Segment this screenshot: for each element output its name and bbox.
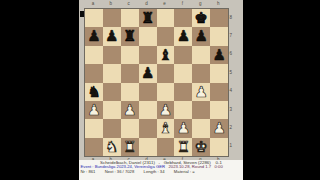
square-g8: ♚: [192, 9, 210, 27]
square-e1: [157, 138, 175, 156]
piece-black-king: ♚: [195, 9, 208, 27]
coord-label-3: 3: [230, 100, 238, 118]
coord-label-5: 5: [230, 63, 238, 81]
square-g1: ♚: [192, 138, 210, 156]
piece-white-pawn: ♟: [87, 101, 100, 119]
square-c8: [121, 9, 139, 27]
square-g5: [192, 64, 210, 82]
coord-label-f: f: [173, 0, 191, 7]
coord-label-h: h: [209, 0, 227, 7]
square-f3: [174, 101, 192, 119]
game-info-panel: Scheidelbach, Daniel (2311) - Gebhard, S…: [79, 160, 243, 180]
piece-black-bishop: ♝: [159, 46, 172, 64]
piece-white-rook: ♜: [123, 138, 136, 156]
piece-black-pawn: ♟: [177, 27, 190, 45]
piece-white-king: ♚: [195, 138, 208, 156]
coord-label-4: 4: [230, 82, 238, 100]
square-d6: [139, 46, 157, 64]
square-d2: [139, 119, 157, 137]
square-h4: [210, 83, 228, 101]
coord-label-1: 1: [230, 137, 238, 155]
coord-label-2: 2: [230, 118, 238, 136]
square-c7: ♜: [121, 27, 139, 45]
square-d7: [139, 27, 157, 45]
piece-black-pawn: ♟: [212, 46, 225, 64]
square-b1: ♞: [103, 138, 121, 156]
coord-label-a: a: [84, 0, 102, 7]
square-b2: [103, 119, 121, 137]
file-labels-top: abcdefgh: [84, 0, 227, 7]
square-a6: [85, 46, 103, 64]
square-e5: [157, 64, 175, 82]
piece-white-pawn: ♟: [177, 119, 190, 137]
piece-black-pawn: ♟: [195, 27, 208, 45]
square-g3: [192, 101, 210, 119]
square-e7: [157, 27, 175, 45]
coord-label-b: b: [102, 0, 120, 7]
square-a8: [85, 9, 103, 27]
square-a2: [85, 119, 103, 137]
square-h8: [210, 9, 228, 27]
piece-white-bishop: ♝: [159, 119, 172, 137]
piece-white-pawn: ♟: [159, 101, 172, 119]
coord-label-d: d: [138, 0, 156, 7]
square-c3: ♟: [121, 101, 139, 119]
piece-white-pawn: ♟: [212, 119, 225, 137]
square-a7: ♟: [85, 27, 103, 45]
square-f5: [174, 64, 192, 82]
square-b8: [103, 9, 121, 27]
square-d5: ♟: [139, 64, 157, 82]
square-e6: ♝: [157, 46, 175, 64]
coord-label-6: 6: [230, 45, 238, 63]
chess-board: ♜♚♟♟♜♟♟♝♟♟♞♟♟♟♟♝♟♟♞♜♜♚: [84, 8, 229, 157]
square-d3: [139, 101, 157, 119]
square-h1: [210, 138, 228, 156]
square-e2: ♝: [157, 119, 175, 137]
square-d1: [139, 138, 157, 156]
stats-line: Nr : 861 Next : 36 / 7028 Length : 34 Ma…: [79, 170, 243, 175]
square-f6: [174, 46, 192, 64]
square-g7: ♟: [192, 27, 210, 45]
square-e8: [157, 9, 175, 27]
coord-label-7: 7: [230, 26, 238, 44]
square-a4: ♞: [85, 83, 103, 101]
coord-label-8: 8: [230, 8, 238, 26]
video-frame: abcdefgh ♜♚♟♟♜♟♟♝♟♟♞♟♟♟♟♝♟♟♞♜♜♚ 87654321…: [0, 0, 320, 180]
square-b3: [103, 101, 121, 119]
piece-black-pawn: ♟: [141, 64, 154, 82]
square-a1: [85, 138, 103, 156]
square-h6: ♟: [210, 46, 228, 64]
piece-black-pawn: ♟: [105, 27, 118, 45]
piece-white-rook: ♜: [177, 138, 190, 156]
square-h5: [210, 64, 228, 82]
square-f8: [174, 9, 192, 27]
event-line: Event : Bundesliga 2023-24, Vereinsliga …: [79, 165, 243, 170]
chessbase-frame: abcdefgh ♜♚♟♟♜♟♟♝♟♟♞♟♟♟♟♝♟♟♞♜♜♚ 87654321…: [79, 0, 243, 180]
square-b4: [103, 83, 121, 101]
piece-black-rook: ♜: [141, 9, 154, 27]
square-h3: [210, 101, 228, 119]
square-a5: [85, 64, 103, 82]
event-details: 2023.10.28, Round 1.7 0:00: [165, 165, 223, 169]
piece-white-pawn: ♟: [195, 83, 208, 101]
square-c6: [121, 46, 139, 64]
letterbox-left: [0, 0, 79, 180]
square-h2: ♟: [210, 119, 228, 137]
square-g4: ♟: [192, 83, 210, 101]
square-b7: ♟: [103, 27, 121, 45]
square-f2: ♟: [174, 119, 192, 137]
square-c1: ♜: [121, 138, 139, 156]
square-h7: [210, 27, 228, 45]
square-e3: ♟: [157, 101, 175, 119]
square-c5: [121, 64, 139, 82]
rank-labels-right: 87654321: [230, 8, 238, 155]
event-label: Event : Bundesliga 2023-24, Vereinsliga …: [81, 165, 166, 169]
square-c4: [121, 83, 139, 101]
coord-label-c: c: [120, 0, 138, 7]
piece-white-pawn: ♟: [123, 101, 136, 119]
square-f4: [174, 83, 192, 101]
square-b5: [103, 64, 121, 82]
letterbox-right: [243, 0, 320, 180]
piece-black-pawn: ♟: [87, 27, 100, 45]
coord-label-e: e: [156, 0, 174, 7]
piece-white-knight: ♞: [105, 138, 118, 156]
square-d8: ♜: [139, 9, 157, 27]
square-c2: [121, 119, 139, 137]
coord-label-g: g: [191, 0, 209, 7]
square-d4: [139, 83, 157, 101]
square-g6: [192, 46, 210, 64]
square-g2: [192, 119, 210, 137]
square-a3: ♟: [85, 101, 103, 119]
piece-black-knight: ♞: [87, 83, 100, 101]
square-b6: [103, 46, 121, 64]
square-f7: ♟: [174, 27, 192, 45]
square-e4: [157, 83, 175, 101]
piece-black-rook: ♜: [123, 27, 136, 45]
square-f1: ♜: [174, 138, 192, 156]
